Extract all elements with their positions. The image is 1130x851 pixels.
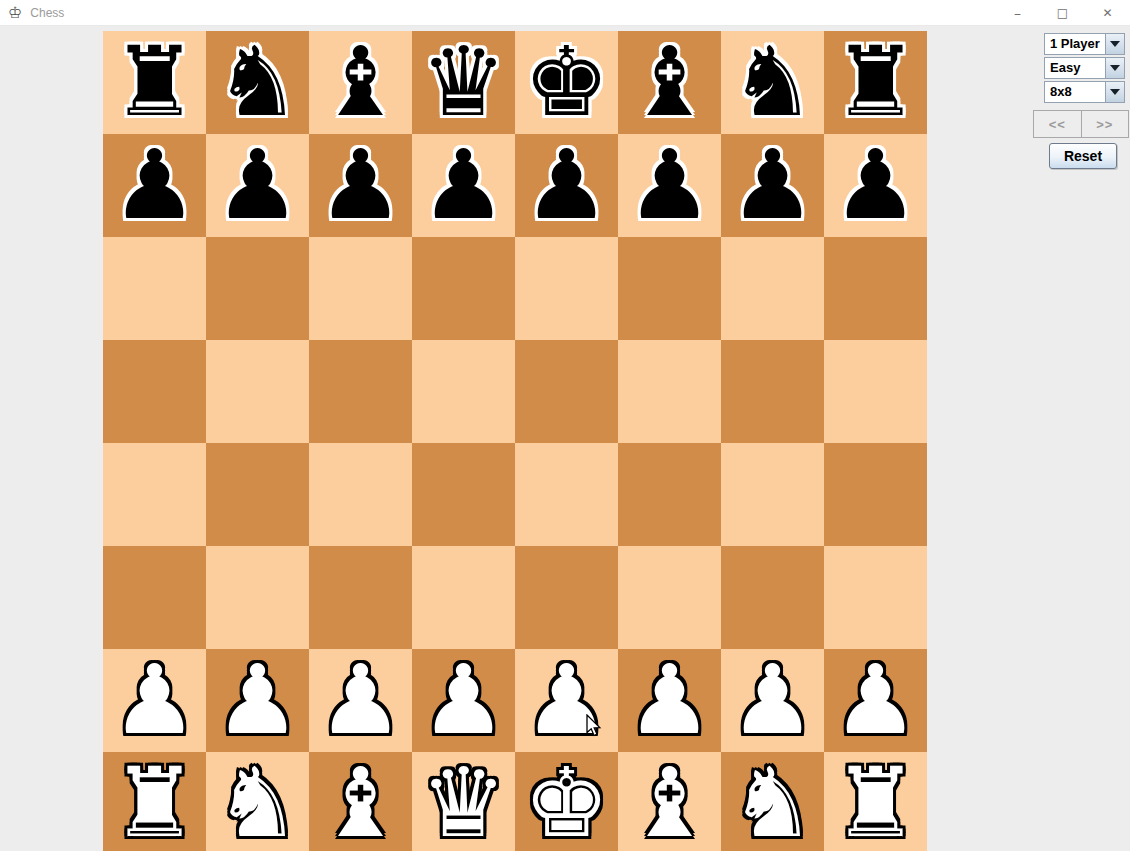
square-h6[interactable] (824, 237, 927, 340)
square-h4[interactable] (824, 443, 927, 546)
chevron-down-icon (1105, 58, 1124, 78)
black-pawn[interactable]: ♟ (832, 134, 918, 237)
square-f3[interactable] (618, 546, 721, 649)
square-e7[interactable]: ♟ (515, 134, 618, 237)
black-pawn[interactable]: ♟ (729, 134, 815, 237)
maximize-icon[interactable]: □ (1040, 0, 1085, 26)
square-d8[interactable]: ♛ (412, 31, 515, 134)
close-icon[interactable]: ✕ (1085, 0, 1130, 26)
square-e2[interactable]: ♟ (515, 649, 618, 752)
square-c4[interactable] (309, 443, 412, 546)
square-a4[interactable] (103, 443, 206, 546)
black-pawn[interactable]: ♟ (523, 134, 609, 237)
white-knight[interactable]: ♞ (729, 752, 815, 851)
square-g2[interactable]: ♟ (721, 649, 824, 752)
square-d2[interactable]: ♟ (412, 649, 515, 752)
square-h2[interactable]: ♟ (824, 649, 927, 752)
square-b5[interactable] (206, 340, 309, 443)
reset-button[interactable]: Reset (1049, 143, 1117, 169)
players-select-value: 1 Player (1045, 34, 1105, 54)
square-b3[interactable] (206, 546, 309, 649)
square-a6[interactable] (103, 237, 206, 340)
square-g5[interactable] (721, 340, 824, 443)
black-rook[interactable]: ♜ (832, 31, 918, 134)
board-size-select-value: 8x8 (1045, 82, 1105, 102)
square-c8[interactable]: ♝ (309, 31, 412, 134)
square-d3[interactable] (412, 546, 515, 649)
difficulty-select-value: Easy (1045, 58, 1105, 78)
white-rook[interactable]: ♜ (832, 752, 918, 851)
square-c5[interactable] (309, 340, 412, 443)
black-queen[interactable]: ♛ (420, 31, 506, 134)
square-c6[interactable] (309, 237, 412, 340)
square-a8[interactable]: ♜ (103, 31, 206, 134)
square-e6[interactable] (515, 237, 618, 340)
square-a7[interactable]: ♟ (103, 134, 206, 237)
black-knight[interactable]: ♞ (214, 31, 300, 134)
square-b1[interactable]: ♞ (206, 752, 309, 851)
window-title: Chess (30, 6, 64, 20)
white-pawn[interactable]: ♟ (626, 649, 712, 752)
black-pawn[interactable]: ♟ (317, 134, 403, 237)
board-size-select[interactable]: 8x8 (1044, 81, 1125, 103)
square-c1[interactable]: ♝ (309, 752, 412, 851)
square-e3[interactable] (515, 546, 618, 649)
title-bar: ♔ Chess – □ ✕ (0, 0, 1130, 26)
square-b2[interactable]: ♟ (206, 649, 309, 752)
black-bishop[interactable]: ♝ (626, 31, 712, 134)
square-f4[interactable] (618, 443, 721, 546)
black-pawn[interactable]: ♟ (420, 134, 506, 237)
square-f8[interactable]: ♝ (618, 31, 721, 134)
square-b7[interactable]: ♟ (206, 134, 309, 237)
black-king[interactable]: ♚ (523, 31, 609, 134)
white-pawn[interactable]: ♟ (832, 649, 918, 752)
chevron-down-icon (1105, 82, 1124, 102)
white-queen[interactable]: ♛ (420, 752, 506, 851)
chevron-down-icon (1105, 34, 1124, 54)
square-d1[interactable]: ♛ (412, 752, 515, 851)
square-a1[interactable]: ♜ (103, 752, 206, 851)
square-h5[interactable] (824, 340, 927, 443)
chess-king-app-icon: ♔ (8, 5, 22, 21)
square-g6[interactable] (721, 237, 824, 340)
difficulty-select[interactable]: Easy (1044, 57, 1125, 79)
square-a5[interactable] (103, 340, 206, 443)
black-rook[interactable]: ♜ (111, 31, 197, 134)
white-pawn[interactable]: ♟ (214, 649, 300, 752)
square-e1[interactable]: ♚ (515, 752, 618, 851)
white-knight[interactable]: ♞ (214, 752, 300, 851)
square-a2[interactable]: ♟ (103, 649, 206, 752)
square-a3[interactable] (103, 546, 206, 649)
square-e4[interactable] (515, 443, 618, 546)
square-h8[interactable]: ♜ (824, 31, 927, 134)
square-c2[interactable]: ♟ (309, 649, 412, 752)
white-rook[interactable]: ♜ (111, 752, 197, 851)
black-pawn[interactable]: ♟ (214, 134, 300, 237)
white-king[interactable]: ♚ (523, 752, 609, 851)
black-bishop[interactable]: ♝ (317, 31, 403, 134)
white-bishop[interactable]: ♝ (317, 752, 403, 851)
square-h7[interactable]: ♟ (824, 134, 927, 237)
square-c3[interactable] (309, 546, 412, 649)
square-c7[interactable]: ♟ (309, 134, 412, 237)
square-g1[interactable]: ♞ (721, 752, 824, 851)
minimize-icon[interactable]: – (995, 0, 1040, 26)
square-e5[interactable] (515, 340, 618, 443)
black-pawn[interactable]: ♟ (111, 134, 197, 237)
square-f7[interactable]: ♟ (618, 134, 721, 237)
white-pawn[interactable]: ♟ (111, 649, 197, 752)
undo-move-button[interactable]: << (1034, 111, 1081, 137)
window-controls: – □ ✕ (995, 0, 1130, 26)
square-f2[interactable]: ♟ (618, 649, 721, 752)
black-knight[interactable]: ♞ (729, 31, 815, 134)
chess-board: ♜♞♝♛♚♝♞♜♟♟♟♟♟♟♟♟♟♟♟♟♟♟♟♟♜♞♝♛♚♝♞♜ (103, 31, 927, 851)
white-pawn[interactable]: ♟ (420, 649, 506, 752)
square-f1[interactable]: ♝ (618, 752, 721, 851)
white-pawn[interactable]: ♟ (317, 649, 403, 752)
square-d4[interactable] (412, 443, 515, 546)
square-d6[interactable] (412, 237, 515, 340)
square-g4[interactable] (721, 443, 824, 546)
white-bishop[interactable]: ♝ (626, 752, 712, 851)
square-d7[interactable]: ♟ (412, 134, 515, 237)
square-f6[interactable] (618, 237, 721, 340)
players-select[interactable]: 1 Player (1044, 33, 1125, 55)
square-f5[interactable] (618, 340, 721, 443)
black-pawn[interactable]: ♟ (626, 134, 712, 237)
square-g7[interactable]: ♟ (721, 134, 824, 237)
square-b4[interactable] (206, 443, 309, 546)
square-h3[interactable] (824, 546, 927, 649)
redo-move-button[interactable]: >> (1081, 111, 1129, 137)
square-g3[interactable] (721, 546, 824, 649)
square-g8[interactable]: ♞ (721, 31, 824, 134)
square-b8[interactable]: ♞ (206, 31, 309, 134)
white-pawn[interactable]: ♟ (729, 649, 815, 752)
square-e8[interactable]: ♚ (515, 31, 618, 134)
white-pawn[interactable]: ♟ (523, 649, 609, 752)
square-h1[interactable]: ♜ (824, 752, 927, 851)
square-b6[interactable] (206, 237, 309, 340)
move-history-nav: << >> (1033, 110, 1129, 138)
square-d5[interactable] (412, 340, 515, 443)
